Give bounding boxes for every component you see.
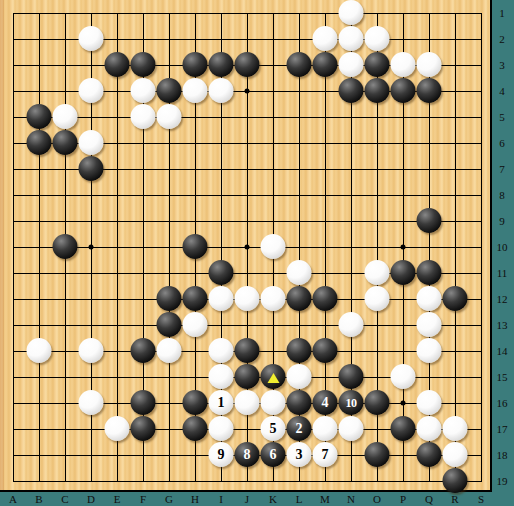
row-label-7: 7 <box>499 164 505 175</box>
stone-white-C5 <box>53 104 78 129</box>
go-diagram: 14105298637 1234567891011121314151617181… <box>0 0 514 506</box>
stone-white-F5 <box>131 104 156 129</box>
stone-black-R12 <box>443 286 468 311</box>
stone-black-D7 <box>79 156 104 181</box>
star-point <box>245 89 250 94</box>
move-number-label: 3 <box>296 448 303 462</box>
stone-black-J3 <box>235 52 260 77</box>
stone-black-L17: 2 <box>287 416 312 441</box>
move-number-label: 10 <box>346 397 357 409</box>
row-label-4: 4 <box>499 86 505 97</box>
stone-white-M17 <box>313 416 338 441</box>
column-label-E: E <box>114 494 121 505</box>
stone-white-O11 <box>365 260 390 285</box>
stone-white-I12 <box>209 286 234 311</box>
row-label-12: 12 <box>497 294 508 305</box>
stone-white-N17 <box>339 416 364 441</box>
stone-white-L18: 3 <box>287 442 312 467</box>
stone-black-L3 <box>287 52 312 77</box>
stone-black-H17 <box>183 416 208 441</box>
stone-white-D2 <box>79 26 104 51</box>
column-label-C: C <box>61 494 68 505</box>
row-label-13: 13 <box>497 320 508 331</box>
row-label-2: 2 <box>499 34 505 45</box>
stone-white-E17 <box>105 416 130 441</box>
star-point <box>401 245 406 250</box>
stone-black-N15 <box>339 364 364 389</box>
column-label-B: B <box>35 494 42 505</box>
stone-white-L11 <box>287 260 312 285</box>
stone-black-O4 <box>365 78 390 103</box>
stone-white-K16 <box>261 390 286 415</box>
stone-white-O2 <box>365 26 390 51</box>
stone-white-J16 <box>235 390 260 415</box>
stone-black-B6 <box>27 130 52 155</box>
stone-black-R19 <box>443 468 468 493</box>
stone-white-M18: 7 <box>313 442 338 467</box>
stone-white-K12 <box>261 286 286 311</box>
stone-white-K17: 5 <box>261 416 286 441</box>
stone-white-I16: 1 <box>209 390 234 415</box>
move-number-label: 6 <box>270 448 277 462</box>
stone-black-M3 <box>313 52 338 77</box>
stone-white-D6 <box>79 130 104 155</box>
row-label-1: 1 <box>499 8 505 19</box>
stone-white-H4 <box>183 78 208 103</box>
stone-white-Q12 <box>417 286 442 311</box>
stone-black-J15 <box>235 364 260 389</box>
stone-white-N3 <box>339 52 364 77</box>
row-label-11: 11 <box>497 268 508 279</box>
stone-black-B5 <box>27 104 52 129</box>
stone-black-E3 <box>105 52 130 77</box>
stone-black-G12 <box>157 286 182 311</box>
stone-black-G13 <box>157 312 182 337</box>
stone-white-I14 <box>209 338 234 363</box>
stone-white-Q3 <box>417 52 442 77</box>
stone-black-O3 <box>365 52 390 77</box>
go-board[interactable]: 14105298637 <box>0 0 492 492</box>
move-number-label: 1 <box>218 396 225 410</box>
stone-white-R18 <box>443 442 468 467</box>
stone-white-F4 <box>131 78 156 103</box>
column-label-P: P <box>400 494 406 505</box>
star-point <box>401 401 406 406</box>
row-label-3: 3 <box>499 60 505 71</box>
stone-white-Q16 <box>417 390 442 415</box>
row-label-9: 9 <box>499 216 505 227</box>
stone-white-N1 <box>339 0 364 25</box>
stone-white-J12 <box>235 286 260 311</box>
row-label-5: 5 <box>499 112 505 123</box>
stone-black-H12 <box>183 286 208 311</box>
stone-white-D4 <box>79 78 104 103</box>
stone-black-Q9 <box>417 208 442 233</box>
stone-black-L14 <box>287 338 312 363</box>
stone-black-J18: 8 <box>235 442 260 467</box>
stone-white-N13 <box>339 312 364 337</box>
stone-white-I18: 9 <box>209 442 234 467</box>
move-number-label: 9 <box>218 448 225 462</box>
stone-black-Q18 <box>417 442 442 467</box>
star-point <box>245 245 250 250</box>
stone-black-M16: 4 <box>313 390 338 415</box>
column-label-I: I <box>219 494 223 505</box>
stone-white-O12 <box>365 286 390 311</box>
column-label-K: K <box>269 494 277 505</box>
row-label-10: 10 <box>497 242 508 253</box>
column-label-H: H <box>191 494 199 505</box>
stone-black-Q11 <box>417 260 442 285</box>
row-label-6: 6 <box>499 138 505 149</box>
stone-white-H13 <box>183 312 208 337</box>
stone-white-Q13 <box>417 312 442 337</box>
stone-black-C10 <box>53 234 78 259</box>
stone-white-G5 <box>157 104 182 129</box>
stone-black-F16 <box>131 390 156 415</box>
stone-white-G14 <box>157 338 182 363</box>
stone-white-D14 <box>79 338 104 363</box>
column-label-Q: Q <box>425 494 433 505</box>
move-number-label: 5 <box>270 422 277 436</box>
stone-black-G4 <box>157 78 182 103</box>
move-number-label: 7 <box>322 448 329 462</box>
column-label-G: G <box>165 494 173 505</box>
move-number-label: 8 <box>244 448 251 462</box>
stone-white-Q14 <box>417 338 442 363</box>
stone-black-F17 <box>131 416 156 441</box>
row-label-19: 19 <box>497 476 508 487</box>
stone-white-P15 <box>391 364 416 389</box>
stone-white-I17 <box>209 416 234 441</box>
column-label-R: R <box>451 494 458 505</box>
stone-white-N2 <box>339 26 364 51</box>
stone-black-N16: 10 <box>339 390 364 415</box>
column-label-N: N <box>347 494 355 505</box>
stone-black-H16 <box>183 390 208 415</box>
triangle-marker <box>267 373 279 383</box>
stone-black-I3 <box>209 52 234 77</box>
stone-black-K15 <box>261 364 286 389</box>
stone-black-O16 <box>365 390 390 415</box>
stone-black-M14 <box>313 338 338 363</box>
stone-black-M12 <box>313 286 338 311</box>
stone-black-Q4 <box>417 78 442 103</box>
stone-black-K18: 6 <box>261 442 286 467</box>
stone-black-L12 <box>287 286 312 311</box>
grid-line-horizontal <box>13 325 482 326</box>
row-label-14: 14 <box>497 346 508 357</box>
move-number-label: 2 <box>296 422 303 436</box>
stone-white-I4 <box>209 78 234 103</box>
stone-white-M2 <box>313 26 338 51</box>
stone-white-P3 <box>391 52 416 77</box>
column-label-D: D <box>87 494 95 505</box>
stone-black-F3 <box>131 52 156 77</box>
stone-white-Q17 <box>417 416 442 441</box>
column-label-L: L <box>296 494 303 505</box>
row-label-16: 16 <box>497 398 508 409</box>
stone-black-P11 <box>391 260 416 285</box>
star-point <box>89 245 94 250</box>
column-label-O: O <box>373 494 381 505</box>
column-label-A: A <box>9 494 17 505</box>
column-label-M: M <box>320 494 330 505</box>
stone-black-J14 <box>235 338 260 363</box>
row-label-8: 8 <box>499 190 505 201</box>
stone-black-H3 <box>183 52 208 77</box>
stone-white-B14 <box>27 338 52 363</box>
stone-black-C6 <box>53 130 78 155</box>
stone-white-L15 <box>287 364 312 389</box>
stone-white-R17 <box>443 416 468 441</box>
stone-black-I11 <box>209 260 234 285</box>
move-number-label: 4 <box>322 396 329 410</box>
column-label-S: S <box>478 494 484 505</box>
stone-white-I15 <box>209 364 234 389</box>
row-label-15: 15 <box>497 372 508 383</box>
row-label-17: 17 <box>497 424 508 435</box>
stone-black-P4 <box>391 78 416 103</box>
stone-white-K10 <box>261 234 286 259</box>
stone-white-D16 <box>79 390 104 415</box>
row-label-18: 18 <box>497 450 508 461</box>
column-label-J: J <box>245 494 249 505</box>
stone-black-O18 <box>365 442 390 467</box>
column-label-F: F <box>140 494 146 505</box>
stone-black-L16 <box>287 390 312 415</box>
grid-line-vertical <box>455 13 456 482</box>
stone-black-P17 <box>391 416 416 441</box>
stone-black-N4 <box>339 78 364 103</box>
grid-line-vertical <box>481 13 482 482</box>
stone-black-F14 <box>131 338 156 363</box>
grid-line-horizontal <box>13 481 482 482</box>
stone-black-H10 <box>183 234 208 259</box>
